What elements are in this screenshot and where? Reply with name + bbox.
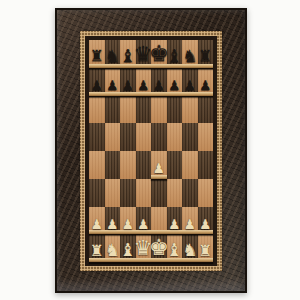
square-b7[interactable]: ♟ (105, 68, 121, 96)
piece-white-pawn-b2[interactable]: ♟ (106, 218, 118, 232)
piece-white-rook-a1[interactable]: ♜ (90, 244, 104, 260)
square-f5[interactable] (167, 123, 183, 151)
square-b3[interactable] (105, 179, 121, 207)
square-f1[interactable]: ♝ (167, 234, 183, 262)
piece-white-pawn-d2[interactable]: ♟ (137, 218, 149, 232)
square-d6[interactable] (136, 96, 152, 124)
square-d5[interactable] (136, 123, 152, 151)
board-matte: ♜♞♝♛♚♝♞♜♟♟♟♟♟♟♟♟♟♟♟♟♟♟♟♟♜♞♝♛♚♝♞♜ (85, 36, 217, 266)
piece-white-pawn-h2[interactable]: ♟ (199, 218, 211, 232)
square-a3[interactable] (89, 179, 105, 207)
piece-black-bishop-f8[interactable]: ♝ (166, 47, 182, 65)
square-d7[interactable]: ♟ (136, 68, 152, 96)
square-e5[interactable] (151, 123, 167, 151)
square-g7[interactable]: ♟ (182, 68, 198, 96)
square-f2[interactable]: ♟ (167, 207, 183, 235)
square-g3[interactable] (182, 179, 198, 207)
square-e1[interactable]: ♚ (151, 234, 167, 262)
piece-black-pawn-f7[interactable]: ♟ (168, 79, 180, 93)
square-e4[interactable]: ♟ (151, 151, 167, 179)
piece-black-knight-g8[interactable]: ♞ (182, 48, 197, 65)
piece-black-rook-h8[interactable]: ♜ (198, 49, 212, 65)
piece-white-knight-b1[interactable]: ♞ (105, 242, 120, 259)
square-b2[interactable]: ♟ (105, 207, 121, 235)
piece-white-pawn-g2[interactable]: ♟ (184, 218, 196, 232)
square-c7[interactable]: ♟ (120, 68, 136, 96)
piece-black-pawn-d7[interactable]: ♟ (137, 79, 149, 93)
square-b5[interactable] (105, 123, 121, 151)
square-d2[interactable]: ♟ (136, 207, 152, 235)
piece-black-pawn-a7[interactable]: ♟ (91, 79, 103, 93)
square-d3[interactable] (136, 179, 152, 207)
square-g2[interactable]: ♟ (182, 207, 198, 235)
square-g4[interactable] (182, 151, 198, 179)
square-e6[interactable] (151, 96, 167, 124)
square-c6[interactable] (120, 96, 136, 124)
square-a2[interactable]: ♟ (89, 207, 105, 235)
square-c4[interactable] (120, 151, 136, 179)
square-a4[interactable] (89, 151, 105, 179)
square-f8[interactable]: ♝ (167, 40, 183, 68)
square-b8[interactable]: ♞ (105, 40, 121, 68)
piece-white-pawn-f2[interactable]: ♟ (168, 218, 180, 232)
bead-trim: ♜♞♝♛♚♝♞♜♟♟♟♟♟♟♟♟♟♟♟♟♟♟♟♟♜♞♝♛♚♝♞♜ (80, 31, 222, 271)
square-c2[interactable]: ♟ (120, 207, 136, 235)
piece-white-pawn-c2[interactable]: ♟ (122, 218, 134, 232)
square-f3[interactable] (167, 179, 183, 207)
square-d4[interactable] (136, 151, 152, 179)
square-h7[interactable]: ♟ (198, 68, 214, 96)
square-a5[interactable] (89, 123, 105, 151)
piece-white-bishop-f1[interactable]: ♝ (166, 241, 182, 259)
square-c5[interactable] (120, 123, 136, 151)
piece-black-pawn-b7[interactable]: ♟ (106, 79, 118, 93)
square-h8[interactable]: ♜ (198, 40, 214, 68)
wall-chess-photo: ♜♞♝♛♚♝♞♜♟♟♟♟♟♟♟♟♟♟♟♟♟♟♟♟♜♞♝♛♚♝♞♜ (0, 0, 300, 300)
piece-white-pawn-e4[interactable]: ♟ (153, 162, 165, 176)
square-e8[interactable]: ♚ (151, 40, 167, 68)
square-f4[interactable] (167, 151, 183, 179)
piece-black-rook-a8[interactable]: ♜ (90, 49, 104, 65)
square-h1[interactable]: ♜ (198, 234, 214, 262)
square-e7[interactable]: ♟ (151, 68, 167, 96)
piece-black-pawn-c7[interactable]: ♟ (122, 79, 134, 93)
square-g6[interactable] (182, 96, 198, 124)
square-h4[interactable] (198, 151, 214, 179)
square-c3[interactable] (120, 179, 136, 207)
square-h3[interactable] (198, 179, 214, 207)
square-h5[interactable] (198, 123, 214, 151)
picture-frame: ♜♞♝♛♚♝♞♜♟♟♟♟♟♟♟♟♟♟♟♟♟♟♟♟♜♞♝♛♚♝♞♜ (55, 8, 247, 293)
square-h2[interactable]: ♟ (198, 207, 214, 235)
square-h6[interactable] (198, 96, 214, 124)
square-g8[interactable]: ♞ (182, 40, 198, 68)
square-b4[interactable] (105, 151, 121, 179)
square-g1[interactable]: ♞ (182, 234, 198, 262)
piece-black-pawn-g7[interactable]: ♟ (184, 79, 196, 93)
piece-black-knight-b8[interactable]: ♞ (105, 48, 120, 65)
piece-white-rook-h1[interactable]: ♜ (198, 244, 212, 260)
square-a7[interactable]: ♟ (89, 68, 105, 96)
square-b1[interactable]: ♞ (105, 234, 121, 262)
piece-white-pawn-a2[interactable]: ♟ (91, 218, 103, 232)
piece-black-pawn-e7[interactable]: ♟ (153, 79, 165, 93)
square-g5[interactable] (182, 123, 198, 151)
square-f7[interactable]: ♟ (167, 68, 183, 96)
piece-black-pawn-h7[interactable]: ♟ (199, 79, 211, 93)
square-a6[interactable] (89, 96, 105, 124)
chess-board: ♜♞♝♛♚♝♞♜♟♟♟♟♟♟♟♟♟♟♟♟♟♟♟♟♜♞♝♛♚♝♞♜ (89, 40, 213, 262)
square-a8[interactable]: ♜ (89, 40, 105, 68)
square-f6[interactable] (167, 96, 183, 124)
square-b6[interactable] (105, 96, 121, 124)
square-e3[interactable] (151, 179, 167, 207)
square-a1[interactable]: ♜ (89, 234, 105, 262)
piece-white-knight-g1[interactable]: ♞ (182, 242, 197, 259)
